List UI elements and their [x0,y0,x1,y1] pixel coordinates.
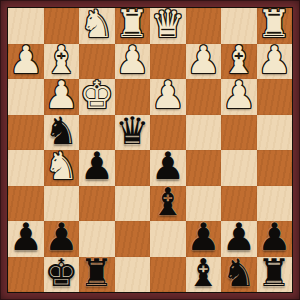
square-a7[interactable]: ♟ [257,221,293,257]
square-d1[interactable]: ♛ [150,8,186,44]
square-e6[interactable] [115,186,151,222]
square-e3[interactable] [115,79,151,115]
square-g4[interactable]: ♞ [44,115,80,151]
square-h6[interactable] [8,186,44,222]
square-f1[interactable]: ♞ [79,8,115,44]
square-d3[interactable]: ♟ [150,79,186,115]
square-f6[interactable] [79,186,115,222]
square-a1[interactable]: ♜ [257,8,293,44]
square-d2[interactable] [150,44,186,80]
square-g5[interactable]: ♞ [44,150,80,186]
square-g6[interactable] [44,186,80,222]
square-f8[interactable]: ♜ [79,257,115,293]
black-pawn: ♟ [80,149,114,184]
white-bishop: ♝ [222,43,256,78]
square-f3[interactable]: ♚ [79,79,115,115]
square-e7[interactable] [115,221,151,257]
square-c4[interactable] [186,115,222,151]
white-knight: ♞ [80,7,114,42]
black-knight: ♞ [222,256,256,291]
black-pawn: ♟ [257,220,291,255]
square-e8[interactable] [115,257,151,293]
white-bishop: ♝ [44,43,78,78]
white-knight: ♞ [44,149,78,184]
square-b6[interactable] [221,186,257,222]
black-king: ♚ [44,256,78,291]
black-rook: ♜ [80,256,114,291]
square-f4[interactable] [79,115,115,151]
square-c8[interactable]: ♝ [186,257,222,293]
black-queen: ♛ [115,114,149,149]
white-rook: ♜ [115,7,149,42]
square-a5[interactable] [257,150,293,186]
white-pawn: ♟ [222,78,256,113]
white-pawn: ♟ [151,78,185,113]
square-b5[interactable] [221,150,257,186]
black-knight: ♞ [44,114,78,149]
black-bishop: ♝ [151,185,185,220]
square-d6[interactable]: ♝ [150,186,186,222]
square-a6[interactable] [257,186,293,222]
white-pawn: ♟ [44,78,78,113]
square-b3[interactable]: ♟ [221,79,257,115]
black-pawn: ♟ [9,220,43,255]
square-g7[interactable]: ♟ [44,221,80,257]
white-pawn: ♟ [186,43,220,78]
black-bishop: ♝ [186,256,220,291]
white-pawn: ♟ [9,43,43,78]
square-f2[interactable] [79,44,115,80]
square-b4[interactable] [221,115,257,151]
square-d5[interactable]: ♟ [150,150,186,186]
square-c3[interactable] [186,79,222,115]
board-frame: ♞♜♛♜♟♝♟♟♝♟♟♚♟♟♞♛♞♟♟♝♟♟♟♟♟♚♜♝♞♜ [0,0,300,300]
square-a4[interactable] [257,115,293,151]
square-h5[interactable] [8,150,44,186]
square-e2[interactable]: ♟ [115,44,151,80]
square-g3[interactable]: ♟ [44,79,80,115]
black-pawn: ♟ [151,149,185,184]
square-h8[interactable] [8,257,44,293]
square-b7[interactable]: ♟ [221,221,257,257]
black-pawn: ♟ [222,220,256,255]
square-a3[interactable] [257,79,293,115]
white-queen: ♛ [151,7,185,42]
chess-board: ♞♜♛♜♟♝♟♟♝♟♟♚♟♟♞♛♞♟♟♝♟♟♟♟♟♚♜♝♞♜ [7,7,293,293]
square-h1[interactable] [8,8,44,44]
square-e4[interactable]: ♛ [115,115,151,151]
square-b2[interactable]: ♝ [221,44,257,80]
square-g8[interactable]: ♚ [44,257,80,293]
square-f5[interactable]: ♟ [79,150,115,186]
square-e5[interactable] [115,150,151,186]
black-pawn: ♟ [44,220,78,255]
square-a8[interactable]: ♜ [257,257,293,293]
square-c1[interactable] [186,8,222,44]
square-h7[interactable]: ♟ [8,221,44,257]
square-h2[interactable]: ♟ [8,44,44,80]
square-g2[interactable]: ♝ [44,44,80,80]
black-pawn: ♟ [186,220,220,255]
square-b8[interactable]: ♞ [221,257,257,293]
square-c5[interactable] [186,150,222,186]
square-d7[interactable] [150,221,186,257]
square-f7[interactable] [79,221,115,257]
square-b1[interactable] [221,8,257,44]
square-g1[interactable] [44,8,80,44]
white-pawn: ♟ [115,43,149,78]
square-c2[interactable]: ♟ [186,44,222,80]
white-king: ♚ [80,78,114,113]
square-d4[interactable] [150,115,186,151]
black-rook: ♜ [257,256,291,291]
square-d8[interactable] [150,257,186,293]
square-h3[interactable] [8,79,44,115]
white-pawn: ♟ [257,43,291,78]
square-e1[interactable]: ♜ [115,8,151,44]
white-rook: ♜ [257,7,291,42]
square-c7[interactable]: ♟ [186,221,222,257]
square-h4[interactable] [8,115,44,151]
square-a2[interactable]: ♟ [257,44,293,80]
square-c6[interactable] [186,186,222,222]
